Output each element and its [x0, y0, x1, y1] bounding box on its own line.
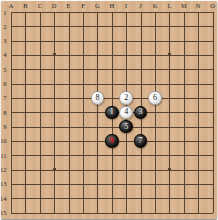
- move-number: 3: [139, 108, 143, 116]
- stone-white-8: 8: [91, 91, 105, 105]
- row-label: 7: [0, 94, 7, 101]
- column-label: D: [49, 2, 59, 9]
- star-point: [53, 53, 56, 56]
- row-label: 1: [0, 9, 7, 16]
- row-label: 5: [0, 66, 7, 73]
- stone-black-1: 1: [105, 106, 119, 120]
- stone-black-9: 9: [105, 134, 119, 148]
- column-label: L: [164, 2, 174, 9]
- grid-line: [11, 184, 213, 185]
- grid-line: [155, 12, 156, 213]
- column-label: H: [107, 2, 117, 9]
- row-label: 11: [0, 152, 7, 159]
- row-label: 13: [0, 180, 7, 187]
- column-label: I: [121, 2, 131, 9]
- move-number: 8: [95, 94, 99, 102]
- row-label: 14: [0, 195, 7, 202]
- move-number: 1: [110, 108, 114, 116]
- star-point: [168, 168, 171, 171]
- column-label: E: [64, 2, 74, 9]
- move-number: 5: [124, 123, 128, 131]
- stone-black-5: 5: [119, 120, 133, 134]
- stone-white-6: 6: [148, 91, 162, 105]
- star-point: [168, 53, 171, 56]
- row-label: 3: [0, 37, 7, 44]
- grid-line: [184, 12, 185, 213]
- row-label: 9: [0, 123, 7, 130]
- grid-line: [11, 198, 213, 199]
- move-number: 2: [124, 94, 128, 102]
- row-label: 10: [0, 137, 7, 144]
- column-label: K: [150, 2, 160, 9]
- grid-line: [213, 12, 214, 213]
- row-label: 6: [0, 80, 7, 87]
- stone-white-2: 2: [119, 91, 133, 105]
- gomoku-board-diagram[interactable]: ABCDEFGHIJKLMNO1234567891011121314151234…: [0, 0, 218, 220]
- column-label: F: [78, 2, 88, 9]
- grid-line: [11, 170, 213, 171]
- move-number: 6: [153, 94, 157, 102]
- row-label: 2: [0, 23, 7, 30]
- column-label: C: [35, 2, 45, 9]
- star-point: [53, 168, 56, 171]
- grid-line: [11, 127, 213, 128]
- column-label: M: [179, 2, 189, 9]
- row-label: 12: [0, 166, 7, 173]
- column-label: G: [92, 2, 102, 9]
- grid-line: [169, 12, 170, 213]
- stone-white-4: 4: [119, 106, 133, 120]
- column-label: J: [136, 2, 146, 9]
- row-label: 8: [0, 109, 7, 116]
- row-label: 15: [0, 209, 7, 216]
- grid-line: [198, 12, 199, 213]
- column-label: A: [6, 2, 16, 9]
- column-label: N: [193, 2, 203, 9]
- row-label: 4: [0, 51, 7, 58]
- move-number: 4: [124, 108, 128, 116]
- grid-line: [11, 155, 213, 156]
- stone-black-7: 7: [134, 134, 148, 148]
- column-label: B: [20, 2, 30, 9]
- move-number: 9: [110, 137, 114, 145]
- grid-line: [11, 213, 213, 214]
- stone-black-3: 3: [134, 106, 148, 120]
- column-label: O: [208, 2, 218, 9]
- move-number: 7: [139, 137, 143, 145]
